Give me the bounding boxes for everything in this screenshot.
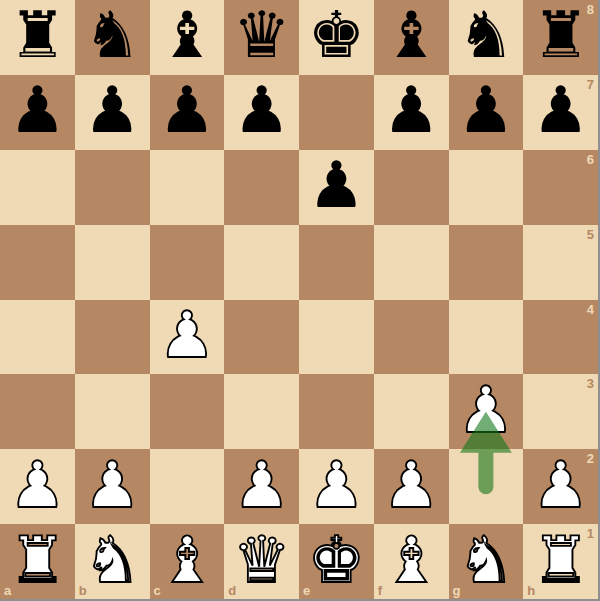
piece-black-queen[interactable]: ♛ — [233, 3, 290, 67]
file-label-e: e — [303, 584, 310, 597]
square-e2[interactable]: ♟ — [299, 449, 374, 524]
square-e5[interactable] — [299, 225, 374, 300]
square-g6[interactable] — [449, 150, 524, 225]
square-e7[interactable] — [299, 75, 374, 150]
square-f7[interactable]: ♟ — [374, 75, 449, 150]
square-f4[interactable] — [374, 300, 449, 375]
square-f2[interactable]: ♟ — [374, 449, 449, 524]
square-c1[interactable]: ♝c — [150, 524, 225, 599]
piece-black-bishop[interactable]: ♝ — [382, 3, 439, 67]
square-g1[interactable]: ♞g — [449, 524, 524, 599]
piece-black-pawn[interactable]: ♟ — [233, 78, 290, 142]
square-c5[interactable] — [150, 225, 225, 300]
piece-white-pawn[interactable]: ♟ — [457, 378, 514, 442]
piece-black-pawn[interactable]: ♟ — [457, 78, 514, 142]
square-a7[interactable]: ♟ — [0, 75, 75, 150]
square-e6[interactable]: ♟ — [299, 150, 374, 225]
square-c4[interactable]: ♟ — [150, 300, 225, 375]
piece-black-knight[interactable]: ♞ — [83, 3, 140, 67]
piece-black-pawn[interactable]: ♟ — [83, 78, 140, 142]
square-b6[interactable] — [75, 150, 150, 225]
square-a5[interactable] — [0, 225, 75, 300]
square-c7[interactable]: ♟ — [150, 75, 225, 150]
piece-white-king[interactable]: ♚ — [308, 528, 365, 592]
rank-label-3: 3 — [587, 377, 594, 390]
square-d8[interactable]: ♛ — [224, 0, 299, 75]
square-g2[interactable] — [449, 449, 524, 524]
square-c2[interactable] — [150, 449, 225, 524]
square-d5[interactable] — [224, 225, 299, 300]
square-a6[interactable] — [0, 150, 75, 225]
piece-white-pawn[interactable]: ♟ — [9, 453, 66, 517]
square-a1[interactable]: ♜a — [0, 524, 75, 599]
board-squares: ♜♞♝♛♚♝♞♜8♟♟♟♟♟♟♟7♟65♟4♟3♟♟♟♟♟♟2♜a♞b♝c♛d♚… — [0, 0, 598, 599]
square-c3[interactable] — [150, 374, 225, 449]
rank-label-5: 5 — [587, 228, 594, 241]
piece-white-bishop[interactable]: ♝ — [382, 528, 439, 592]
square-g7[interactable]: ♟ — [449, 75, 524, 150]
square-d6[interactable] — [224, 150, 299, 225]
square-f1[interactable]: ♝f — [374, 524, 449, 599]
square-a3[interactable] — [0, 374, 75, 449]
rank-label-2: 2 — [587, 452, 594, 465]
file-label-a: a — [4, 584, 11, 597]
piece-black-knight[interactable]: ♞ — [457, 3, 514, 67]
square-a4[interactable] — [0, 300, 75, 375]
square-e3[interactable] — [299, 374, 374, 449]
rank-label-8: 8 — [587, 3, 594, 16]
piece-white-pawn[interactable]: ♟ — [382, 453, 439, 517]
file-label-f: f — [378, 584, 382, 597]
piece-white-pawn[interactable]: ♟ — [83, 453, 140, 517]
piece-white-pawn[interactable]: ♟ — [308, 453, 365, 517]
file-label-d: d — [228, 584, 236, 597]
piece-white-rook[interactable]: ♜ — [532, 528, 589, 592]
file-label-g: g — [453, 584, 461, 597]
square-h3[interactable]: 3 — [523, 374, 598, 449]
piece-black-pawn[interactable]: ♟ — [532, 78, 589, 142]
piece-white-pawn[interactable]: ♟ — [532, 453, 589, 517]
square-d3[interactable] — [224, 374, 299, 449]
square-e8[interactable]: ♚ — [299, 0, 374, 75]
square-h4[interactable]: 4 — [523, 300, 598, 375]
square-f5[interactable] — [374, 225, 449, 300]
square-f6[interactable] — [374, 150, 449, 225]
piece-black-bishop[interactable]: ♝ — [158, 3, 215, 67]
square-e1[interactable]: ♚e — [299, 524, 374, 599]
square-g4[interactable] — [449, 300, 524, 375]
square-h1[interactable]: ♜1h — [523, 524, 598, 599]
piece-white-rook[interactable]: ♜ — [9, 528, 66, 592]
square-d7[interactable]: ♟ — [224, 75, 299, 150]
square-b3[interactable] — [75, 374, 150, 449]
square-b5[interactable] — [75, 225, 150, 300]
square-a2[interactable]: ♟ — [0, 449, 75, 524]
square-e4[interactable] — [299, 300, 374, 375]
piece-white-knight[interactable]: ♞ — [457, 528, 514, 592]
file-label-c: c — [154, 584, 161, 597]
square-d2[interactable]: ♟ — [224, 449, 299, 524]
piece-black-pawn[interactable]: ♟ — [158, 78, 215, 142]
piece-black-pawn[interactable]: ♟ — [382, 78, 439, 142]
piece-white-bishop[interactable]: ♝ — [158, 528, 215, 592]
piece-black-rook[interactable]: ♜ — [532, 3, 589, 67]
piece-black-pawn[interactable]: ♟ — [308, 153, 365, 217]
square-c8[interactable]: ♝ — [150, 0, 225, 75]
square-g5[interactable] — [449, 225, 524, 300]
piece-black-king[interactable]: ♚ — [308, 3, 365, 67]
piece-white-pawn[interactable]: ♟ — [233, 453, 290, 517]
rank-label-6: 6 — [587, 153, 594, 166]
file-label-h: h — [527, 584, 535, 597]
square-h6[interactable]: 6 — [523, 150, 598, 225]
rank-label-4: 4 — [587, 303, 594, 316]
square-b7[interactable]: ♟ — [75, 75, 150, 150]
piece-black-pawn[interactable]: ♟ — [9, 78, 66, 142]
piece-white-queen[interactable]: ♛ — [233, 528, 290, 592]
piece-black-rook[interactable]: ♜ — [9, 3, 66, 67]
square-b8[interactable]: ♞ — [75, 0, 150, 75]
chess-board: ♜♞♝♛♚♝♞♜8♟♟♟♟♟♟♟7♟65♟4♟3♟♟♟♟♟♟2♜a♞b♝c♛d♚… — [0, 0, 600, 601]
square-h7[interactable]: ♟7 — [523, 75, 598, 150]
rank-label-1: 1 — [587, 527, 594, 540]
square-h5[interactable]: 5 — [523, 225, 598, 300]
square-c6[interactable] — [150, 150, 225, 225]
square-f8[interactable]: ♝ — [374, 0, 449, 75]
square-d4[interactable] — [224, 300, 299, 375]
piece-white-pawn[interactable]: ♟ — [158, 303, 215, 367]
square-g3[interactable]: ♟ — [449, 374, 524, 449]
square-g8[interactable]: ♞ — [449, 0, 524, 75]
square-h2[interactable]: ♟2 — [523, 449, 598, 524]
square-f3[interactable] — [374, 374, 449, 449]
rank-label-7: 7 — [587, 78, 594, 91]
square-b2[interactable]: ♟ — [75, 449, 150, 524]
square-b4[interactable] — [75, 300, 150, 375]
piece-white-knight[interactable]: ♞ — [83, 528, 140, 592]
square-b1[interactable]: ♞b — [75, 524, 150, 599]
square-h8[interactable]: ♜8 — [523, 0, 598, 75]
square-d1[interactable]: ♛d — [224, 524, 299, 599]
square-a8[interactable]: ♜ — [0, 0, 75, 75]
file-label-b: b — [79, 584, 87, 597]
